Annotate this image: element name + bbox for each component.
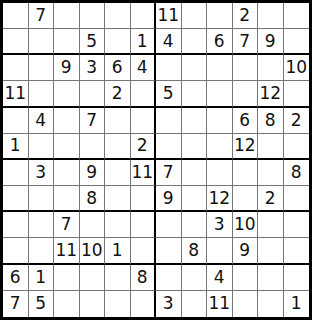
cell-r3c12-given: 10 [284, 55, 310, 81]
cell-r6c3-empty[interactable] [54, 134, 80, 160]
cell-r2c6-given: 1 [131, 29, 157, 55]
cell-r11c3-empty[interactable] [54, 265, 80, 291]
cell-r2c12-empty[interactable] [284, 29, 310, 55]
cell-r7c12-given: 8 [284, 160, 310, 186]
cell-r4c10-empty[interactable] [233, 81, 259, 107]
cell-r12c5-empty[interactable] [105, 291, 131, 317]
cell-r9c5-empty[interactable] [105, 212, 131, 238]
cell-r9c7-empty[interactable] [156, 212, 182, 238]
cell-r9c10-given: 10 [233, 212, 259, 238]
cell-r2c10-given: 7 [233, 29, 259, 55]
cell-r5c11-given: 8 [258, 108, 284, 134]
cell-r5c5-empty[interactable] [105, 108, 131, 134]
cell-r6c10-given: 12 [233, 134, 259, 160]
cell-r7c7-given: 7 [156, 160, 182, 186]
cell-r5c3-empty[interactable] [54, 108, 80, 134]
cell-r1c1-empty[interactable] [3, 3, 29, 29]
cell-r6c1-given: 1 [3, 134, 29, 160]
cell-r10c10-given: 9 [233, 238, 259, 264]
cell-r9c2-empty[interactable] [29, 212, 55, 238]
cell-r11c12-empty[interactable] [284, 265, 310, 291]
cell-r2c3-empty[interactable] [54, 29, 80, 55]
cell-r11c8-empty[interactable] [182, 265, 208, 291]
cell-r5c4-given: 7 [80, 108, 106, 134]
cell-r4c4-empty[interactable] [80, 81, 106, 107]
cell-r11c10-empty[interactable] [233, 265, 259, 291]
cell-r9c8-empty[interactable] [182, 212, 208, 238]
cell-r11c7-empty[interactable] [156, 265, 182, 291]
cell-r10c4-given: 10 [80, 238, 106, 264]
cell-r10c6-empty[interactable] [131, 238, 157, 264]
cell-r6c2-empty[interactable] [29, 134, 55, 160]
cell-r9c12-empty[interactable] [284, 212, 310, 238]
cell-r2c2-empty[interactable] [29, 29, 55, 55]
cell-r10c12-empty[interactable] [284, 238, 310, 264]
cell-r1c9-empty[interactable] [207, 3, 233, 29]
cell-r5c12-given: 2 [284, 108, 310, 134]
cell-r12c11-empty[interactable] [258, 291, 284, 317]
cell-r2c8-empty[interactable] [182, 29, 208, 55]
cell-r1c11-empty[interactable] [258, 3, 284, 29]
cell-r6c5-empty[interactable] [105, 134, 131, 160]
cell-r1c10-given: 2 [233, 3, 259, 29]
cell-r3c2-empty[interactable] [29, 55, 55, 81]
cell-r7c11-empty[interactable] [258, 160, 284, 186]
cell-r9c6-empty[interactable] [131, 212, 157, 238]
cell-r5c1-empty[interactable] [3, 108, 29, 134]
cell-r3c4-given: 3 [80, 55, 106, 81]
cell-r3c1-empty[interactable] [3, 55, 29, 81]
cell-r11c1-given: 6 [3, 265, 29, 291]
cell-r7c4-given: 9 [80, 160, 106, 186]
cell-r12c7-given: 3 [156, 291, 182, 317]
cell-r3c10-empty[interactable] [233, 55, 259, 81]
cell-r6c11-empty[interactable] [258, 134, 284, 160]
cell-r6c6-given: 2 [131, 134, 157, 160]
cell-r3c8-empty[interactable] [182, 55, 208, 81]
cell-r7c2-given: 3 [29, 160, 55, 186]
cell-r4c8-empty[interactable] [182, 81, 208, 107]
cell-r12c2-given: 5 [29, 291, 55, 317]
cell-r12c1-given: 7 [3, 291, 29, 317]
cell-r7c10-empty[interactable] [233, 160, 259, 186]
cell-r3c11-empty[interactable] [258, 55, 284, 81]
cell-r10c1-empty[interactable] [3, 238, 29, 264]
cell-r2c7-given: 4 [156, 29, 182, 55]
cell-r10c9-empty[interactable] [207, 238, 233, 264]
cell-r7c5-empty[interactable] [105, 160, 131, 186]
cell-r1c2-given: 7 [29, 3, 55, 29]
cell-r3c5-given: 6 [105, 55, 131, 81]
cell-r8c10-empty[interactable] [233, 186, 259, 212]
cell-r12c8-empty[interactable] [182, 291, 208, 317]
cell-r9c4-empty[interactable] [80, 212, 106, 238]
cell-r12c4-empty[interactable] [80, 291, 106, 317]
cell-r4c12-empty[interactable] [284, 81, 310, 107]
cell-r4c5-given: 2 [105, 81, 131, 107]
cell-r11c9-given: 4 [207, 265, 233, 291]
cell-r11c6-given: 8 [131, 265, 157, 291]
cell-r4c6-empty[interactable] [131, 81, 157, 107]
cell-r10c8-given: 8 [182, 238, 208, 264]
cell-r10c5-given: 1 [105, 238, 131, 264]
cell-r9c1-empty[interactable] [3, 212, 29, 238]
cell-r10c7-empty[interactable] [156, 238, 182, 264]
cell-r9c9-given: 3 [207, 212, 233, 238]
cell-r5c2-given: 4 [29, 108, 55, 134]
cell-r1c6-empty[interactable] [131, 3, 157, 29]
cell-r7c9-empty[interactable] [207, 160, 233, 186]
cell-r11c5-empty[interactable] [105, 265, 131, 291]
cell-r1c3-empty[interactable] [54, 3, 80, 29]
cell-r12c6-empty[interactable] [131, 291, 157, 317]
cell-r12c3-empty[interactable] [54, 291, 80, 317]
cell-r12c9-given: 11 [207, 291, 233, 317]
cell-r5c8-empty[interactable] [182, 108, 208, 134]
cell-r8c6-empty[interactable] [131, 186, 157, 212]
cell-r11c11-empty[interactable] [258, 265, 284, 291]
cell-r6c4-empty[interactable] [80, 134, 106, 160]
cell-r8c5-empty[interactable] [105, 186, 131, 212]
cell-r7c3-empty[interactable] [54, 160, 80, 186]
cell-r10c3-given: 11 [54, 238, 80, 264]
cell-r8c11-given: 2 [258, 186, 284, 212]
cell-r1c12-empty[interactable] [284, 3, 310, 29]
cell-r1c5-empty[interactable] [105, 3, 131, 29]
cell-r5c9-empty[interactable] [207, 108, 233, 134]
cell-r2c1-empty[interactable] [3, 29, 29, 55]
cell-r6c8-empty[interactable] [182, 134, 208, 160]
cell-r1c7-given: 11 [156, 3, 182, 29]
cell-r8c12-empty[interactable] [284, 186, 310, 212]
cell-r9c11-empty[interactable] [258, 212, 284, 238]
cell-r4c3-empty[interactable] [54, 81, 80, 107]
cell-r8c3-empty[interactable] [54, 186, 80, 212]
cell-r3c3-given: 9 [54, 55, 80, 81]
cell-r2c4-given: 5 [80, 29, 106, 55]
cell-r2c11-given: 9 [258, 29, 284, 55]
cell-r8c8-empty[interactable] [182, 186, 208, 212]
cell-r8c1-empty[interactable] [3, 186, 29, 212]
cell-r4c1-given: 11 [3, 81, 29, 107]
cell-r10c11-empty[interactable] [258, 238, 284, 264]
cell-r8c7-given: 9 [156, 186, 182, 212]
cell-r6c12-empty[interactable] [284, 134, 310, 160]
sudoku-board: 7112514679936410112512476821212391178891… [0, 0, 312, 320]
cell-r4c2-empty[interactable] [29, 81, 55, 107]
cell-r1c4-empty[interactable] [80, 3, 106, 29]
cell-r4c7-given: 5 [156, 81, 182, 107]
cell-r5c7-empty[interactable] [156, 108, 182, 134]
cell-r6c9-empty[interactable] [207, 134, 233, 160]
cell-r11c2-given: 1 [29, 265, 55, 291]
cell-r6c7-empty[interactable] [156, 134, 182, 160]
cell-r12c12-given: 1 [284, 291, 310, 317]
cell-r10c2-empty[interactable] [29, 238, 55, 264]
cell-r3c7-empty[interactable] [156, 55, 182, 81]
cell-r5c10-given: 6 [233, 108, 259, 134]
cell-r9c3-given: 7 [54, 212, 80, 238]
cell-r2c5-empty[interactable] [105, 29, 131, 55]
cell-r3c6-given: 4 [131, 55, 157, 81]
cell-r8c9-given: 12 [207, 186, 233, 212]
cell-r7c1-empty[interactable] [3, 160, 29, 186]
cell-r5c6-empty[interactable] [131, 108, 157, 134]
cell-r8c4-given: 8 [80, 186, 106, 212]
cell-r3c9-empty[interactable] [207, 55, 233, 81]
cell-r7c6-given: 11 [131, 160, 157, 186]
cell-r12c10-empty[interactable] [233, 291, 259, 317]
cell-r4c9-empty[interactable] [207, 81, 233, 107]
cell-r11c4-empty[interactable] [80, 265, 106, 291]
cell-r8c2-empty[interactable] [29, 186, 55, 212]
cell-r4c11-given: 12 [258, 81, 284, 107]
cell-r1c8-empty[interactable] [182, 3, 208, 29]
cell-r7c8-empty[interactable] [182, 160, 208, 186]
cell-r2c9-given: 6 [207, 29, 233, 55]
